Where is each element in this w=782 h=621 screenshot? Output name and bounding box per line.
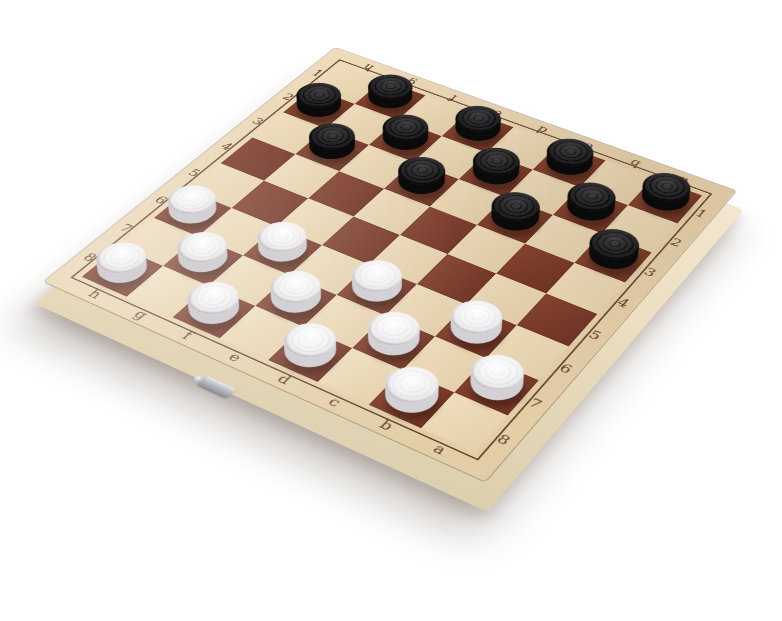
checkers-board-3d: hgfedcba1122334455667788hgfedcba — [44, 48, 736, 482]
product-photo-scene: hgfedcba1122334455667788hgfedcba — [0, 0, 782, 621]
metal-latch-icon — [197, 376, 236, 399]
checkers-board: hgfedcba1122334455667788hgfedcba — [44, 48, 736, 482]
checker-black-g3[interactable] — [301, 132, 364, 169]
